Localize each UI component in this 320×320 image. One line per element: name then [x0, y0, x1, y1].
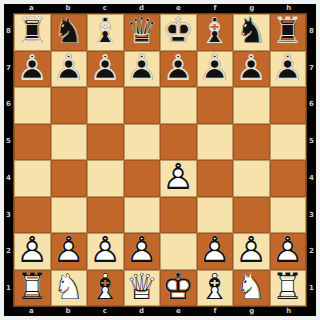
black-bishop-outline: ♗ — [87, 14, 124, 51]
square-e2[interactable] — [160, 233, 197, 270]
square-c1[interactable]: ♝♗ — [87, 270, 124, 307]
white-pawn-outline: ♙ — [51, 233, 88, 270]
square-a8[interactable]: ♜♖ — [14, 14, 51, 51]
square-f8[interactable]: ♝♗ — [197, 14, 234, 51]
rank-label-7: 7 — [307, 50, 316, 87]
square-d7[interactable]: ♟♙ — [124, 51, 161, 88]
square-a3[interactable] — [14, 197, 51, 234]
square-d6[interactable] — [124, 87, 161, 124]
piece-white-rook[interactable]: ♜♖ — [14, 270, 51, 307]
file-label-e: e — [160, 307, 197, 316]
black-pawn-outline: ♙ — [197, 51, 234, 88]
piece-black-pawn[interactable]: ♟♙ — [160, 51, 197, 88]
black-knight-outline: ♘ — [233, 14, 270, 51]
piece-white-rook[interactable]: ♜♖ — [270, 270, 307, 307]
file-labels-bottom: abcdefgh — [13, 307, 307, 316]
square-e8[interactable]: ♚♔ — [160, 14, 197, 51]
piece-black-pawn[interactable]: ♟♙ — [233, 51, 270, 88]
white-pawn-outline: ♙ — [197, 233, 234, 270]
square-g1[interactable]: ♞♘ — [233, 270, 270, 307]
square-h5[interactable] — [270, 124, 307, 161]
piece-white-knight[interactable]: ♞♘ — [233, 270, 270, 307]
square-d3[interactable] — [124, 197, 161, 234]
square-h1[interactable]: ♜♖ — [270, 270, 307, 307]
square-h2[interactable]: ♟♙ — [270, 233, 307, 270]
white-pawn-outline: ♙ — [270, 233, 307, 270]
square-h6[interactable] — [270, 87, 307, 124]
file-label-b: b — [50, 307, 87, 316]
white-pawn-outline: ♙ — [124, 233, 161, 270]
white-knight-outline: ♘ — [51, 270, 88, 307]
square-a6[interactable] — [14, 87, 51, 124]
piece-black-king[interactable]: ♚♔ — [160, 14, 197, 51]
white-rook-outline: ♖ — [270, 270, 307, 307]
square-b5[interactable] — [51, 124, 88, 161]
file-label-d: d — [123, 307, 160, 316]
piece-white-pawn[interactable]: ♟♙ — [124, 233, 161, 270]
black-rook-outline: ♖ — [270, 14, 307, 51]
black-knight-outline: ♘ — [51, 14, 88, 51]
square-b4[interactable] — [51, 160, 88, 197]
black-pawn-outline: ♙ — [51, 51, 88, 88]
square-c5[interactable] — [87, 124, 124, 161]
square-d5[interactable] — [124, 124, 161, 161]
chess-board[interactable]: ♜♖♞♘♝♗♛♕♚♔♝♗♞♘♜♖♟♙♟♙♟♙♟♙♟♙♟♙♟♙♟♙♟♙♟♙♟♙♟♙… — [13, 13, 307, 307]
piece-white-pawn[interactable]: ♟♙ — [160, 160, 197, 197]
square-b8[interactable]: ♞♘ — [51, 14, 88, 51]
square-b7[interactable]: ♟♙ — [51, 51, 88, 88]
white-pawn-outline: ♙ — [87, 233, 124, 270]
piece-white-bishop[interactable]: ♝♗ — [197, 270, 234, 307]
rank-label-4: 4 — [4, 160, 13, 197]
square-g8[interactable]: ♞♘ — [233, 14, 270, 51]
piece-black-rook[interactable]: ♜♖ — [270, 14, 307, 51]
square-f6[interactable] — [197, 87, 234, 124]
piece-white-pawn[interactable]: ♟♙ — [87, 233, 124, 270]
piece-white-pawn[interactable]: ♟♙ — [14, 233, 51, 270]
square-f4[interactable] — [197, 160, 234, 197]
rank-label-6: 6 — [307, 87, 316, 124]
piece-black-queen[interactable]: ♛♕ — [124, 14, 161, 51]
piece-white-king[interactable]: ♚♔ — [160, 270, 197, 307]
square-d1[interactable]: ♛♕ — [124, 270, 161, 307]
square-f2[interactable]: ♟♙ — [197, 233, 234, 270]
white-king-outline: ♔ — [160, 270, 197, 307]
white-queen-outline: ♕ — [124, 270, 161, 307]
square-d8[interactable]: ♛♕ — [124, 14, 161, 51]
square-e7[interactable]: ♟♙ — [160, 51, 197, 88]
square-f1[interactable]: ♝♗ — [197, 270, 234, 307]
square-g5[interactable] — [233, 124, 270, 161]
piece-white-knight[interactable]: ♞♘ — [51, 270, 88, 307]
piece-black-pawn[interactable]: ♟♙ — [270, 51, 307, 88]
file-label-g: g — [234, 307, 271, 316]
square-b3[interactable] — [51, 197, 88, 234]
square-d4[interactable] — [124, 160, 161, 197]
square-a5[interactable] — [14, 124, 51, 161]
square-e4[interactable]: ♟♙ — [160, 160, 197, 197]
piece-black-bishop[interactable]: ♝♗ — [87, 14, 124, 51]
square-g6[interactable] — [233, 87, 270, 124]
piece-black-pawn[interactable]: ♟♙ — [87, 51, 124, 88]
white-pawn-outline: ♙ — [14, 233, 51, 270]
white-bishop-outline: ♗ — [197, 270, 234, 307]
piece-black-pawn[interactable]: ♟♙ — [51, 51, 88, 88]
square-f5[interactable] — [197, 124, 234, 161]
piece-white-bishop[interactable]: ♝♗ — [87, 270, 124, 307]
rank-label-7: 7 — [4, 50, 13, 87]
white-pawn-outline: ♙ — [233, 233, 270, 270]
square-h8[interactable]: ♜♖ — [270, 14, 307, 51]
square-c6[interactable] — [87, 87, 124, 124]
rank-label-8: 8 — [4, 13, 13, 50]
rank-label-3: 3 — [4, 197, 13, 234]
square-h3[interactable] — [270, 197, 307, 234]
piece-white-pawn[interactable]: ♟♙ — [270, 233, 307, 270]
rank-label-1: 1 — [307, 270, 316, 307]
rank-labels-left: 87654321 — [4, 13, 13, 307]
piece-white-pawn[interactable]: ♟♙ — [197, 233, 234, 270]
piece-black-knight[interactable]: ♞♘ — [51, 14, 88, 51]
black-pawn-outline: ♙ — [87, 51, 124, 88]
chess-board-frame: abcdefgh 87654321 ♜♖♞♘♝♗♛♕♚♔♝♗♞♘♜♖♟♙♟♙♟♙… — [4, 4, 316, 316]
square-h7[interactable]: ♟♙ — [270, 51, 307, 88]
black-pawn-outline: ♙ — [270, 51, 307, 88]
rank-label-5: 5 — [307, 123, 316, 160]
square-f3[interactable] — [197, 197, 234, 234]
black-bishop-outline: ♗ — [197, 14, 234, 51]
white-knight-outline: ♘ — [233, 270, 270, 307]
square-b6[interactable] — [51, 87, 88, 124]
square-a1[interactable]: ♜♖ — [14, 270, 51, 307]
square-b2[interactable]: ♟♙ — [51, 233, 88, 270]
square-a4[interactable] — [14, 160, 51, 197]
square-e3[interactable] — [160, 197, 197, 234]
file-label-h: h — [270, 307, 307, 316]
square-c4[interactable] — [87, 160, 124, 197]
file-label-f: f — [197, 307, 234, 316]
black-king-outline: ♔ — [160, 14, 197, 51]
square-g3[interactable] — [233, 197, 270, 234]
square-a2[interactable]: ♟♙ — [14, 233, 51, 270]
piece-white-pawn[interactable]: ♟♙ — [233, 233, 270, 270]
rank-label-5: 5 — [4, 123, 13, 160]
rank-label-1: 1 — [4, 270, 13, 307]
piece-black-bishop[interactable]: ♝♗ — [197, 14, 234, 51]
square-h4[interactable] — [270, 160, 307, 197]
square-e1[interactable]: ♚♔ — [160, 270, 197, 307]
square-g4[interactable] — [233, 160, 270, 197]
piece-black-knight[interactable]: ♞♘ — [233, 14, 270, 51]
piece-white-queen[interactable]: ♛♕ — [124, 270, 161, 307]
black-pawn-outline: ♙ — [14, 51, 51, 88]
square-c8[interactable]: ♝♗ — [87, 14, 124, 51]
rank-label-2: 2 — [307, 234, 316, 271]
square-c3[interactable] — [87, 197, 124, 234]
white-rook-outline: ♖ — [14, 270, 51, 307]
file-label-a: a — [13, 307, 50, 316]
square-e5[interactable] — [160, 124, 197, 161]
square-g2[interactable]: ♟♙ — [233, 233, 270, 270]
black-pawn-outline: ♙ — [160, 51, 197, 88]
piece-black-pawn[interactable]: ♟♙ — [197, 51, 234, 88]
square-g7[interactable]: ♟♙ — [233, 51, 270, 88]
rank-label-3: 3 — [307, 197, 316, 234]
square-e6[interactable] — [160, 87, 197, 124]
rank-label-8: 8 — [307, 13, 316, 50]
square-b1[interactable]: ♞♘ — [51, 270, 88, 307]
black-pawn-outline: ♙ — [124, 51, 161, 88]
file-label-c: c — [87, 307, 124, 316]
white-bishop-outline: ♗ — [87, 270, 124, 307]
square-c7[interactable]: ♟♙ — [87, 51, 124, 88]
piece-black-rook[interactable]: ♜♖ — [14, 14, 51, 51]
rank-label-2: 2 — [4, 234, 13, 271]
black-queen-outline: ♕ — [124, 14, 161, 51]
rank-labels-right: 87654321 — [307, 13, 316, 307]
rank-label-6: 6 — [4, 87, 13, 124]
piece-black-pawn[interactable]: ♟♙ — [124, 51, 161, 88]
rank-label-4: 4 — [307, 160, 316, 197]
square-d2[interactable]: ♟♙ — [124, 233, 161, 270]
black-rook-outline: ♖ — [14, 14, 51, 51]
black-pawn-outline: ♙ — [233, 51, 270, 88]
piece-black-pawn[interactable]: ♟♙ — [14, 51, 51, 88]
square-f7[interactable]: ♟♙ — [197, 51, 234, 88]
square-c2[interactable]: ♟♙ — [87, 233, 124, 270]
white-pawn-outline: ♙ — [160, 160, 197, 197]
piece-white-pawn[interactable]: ♟♙ — [51, 233, 88, 270]
square-a7[interactable]: ♟♙ — [14, 51, 51, 88]
